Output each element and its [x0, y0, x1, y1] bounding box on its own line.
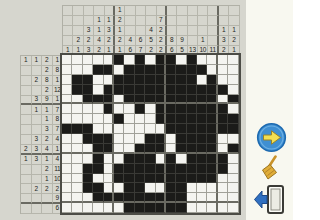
cell-r10c13[interactable]: [187, 144, 197, 154]
cell-r10c9[interactable]: [145, 144, 155, 154]
cell-r12c1[interactable]: [62, 164, 72, 174]
cell-r14c5[interactable]: [104, 183, 114, 193]
cell-r12c2[interactable]: [72, 164, 82, 174]
cell-r4c4[interactable]: [93, 85, 103, 95]
cell-r1c12[interactable]: [176, 55, 186, 65]
cell-r7c4[interactable]: [93, 114, 103, 124]
cell-r16c9[interactable]: [145, 203, 155, 213]
cell-r13c6[interactable]: [114, 174, 124, 184]
cell-r13c11[interactable]: [166, 174, 176, 184]
cell-r8c3[interactable]: [83, 124, 93, 134]
cell-r5c12[interactable]: [176, 95, 186, 105]
cell-r2c14[interactable]: [197, 65, 207, 75]
cell-r3c11[interactable]: [166, 75, 176, 85]
cell-r3c5[interactable]: [104, 75, 114, 85]
cell-r4c10[interactable]: [156, 85, 166, 95]
cell-r15c3[interactable]: [83, 193, 93, 203]
cell-r6c9[interactable]: [145, 104, 155, 114]
cell-r6c14[interactable]: [197, 104, 207, 114]
cell-r6c16[interactable]: [218, 104, 228, 114]
cell-r13c1[interactable]: [62, 174, 72, 184]
cell-r6c11[interactable]: [166, 104, 176, 114]
cell-r16c16[interactable]: [218, 203, 228, 213]
cell-r2c4[interactable]: [93, 65, 103, 75]
col-clue-c10: [157, 6, 167, 16]
cell-r7c8[interactable]: [135, 114, 145, 124]
cell-r16c1[interactable]: [62, 203, 72, 213]
cell-r2c15[interactable]: [207, 65, 217, 75]
col-clue-c3: [84, 6, 94, 16]
cell-r5c11[interactable]: [166, 95, 176, 105]
cell-r2c6[interactable]: [114, 65, 124, 75]
cell-r1c7[interactable]: [124, 55, 134, 65]
cell-r9c13[interactable]: [187, 134, 197, 144]
cell-r2c9[interactable]: [145, 65, 155, 75]
cell-r16c5[interactable]: [104, 203, 114, 213]
cell-r8c16[interactable]: [218, 124, 228, 134]
col-clue-c9: 5: [146, 36, 156, 46]
cell-r13c14[interactable]: [197, 174, 207, 184]
cell-r4c13[interactable]: [187, 85, 197, 95]
cell-r1c13[interactable]: [187, 55, 197, 65]
cell-r3c9[interactable]: [145, 75, 155, 85]
cell-r3c10[interactable]: [156, 75, 166, 85]
cell-r5c16[interactable]: [218, 95, 228, 105]
cell-r4c9[interactable]: [145, 85, 155, 95]
cell-r8c1[interactable]: [62, 124, 72, 134]
cell-r3c1[interactable]: [62, 75, 72, 85]
cell-r6c3[interactable]: [83, 104, 93, 114]
cell-r5c13[interactable]: [187, 95, 197, 105]
cell-r14c7[interactable]: [124, 183, 134, 193]
cell-r9c16[interactable]: [218, 134, 228, 144]
cell-r16c8[interactable]: [135, 203, 145, 213]
cell-r11c4[interactable]: [93, 154, 103, 164]
cell-r3c15[interactable]: [207, 75, 217, 85]
cell-r15c4[interactable]: [93, 193, 103, 203]
row-clue-r15: [42, 194, 53, 204]
cell-r10c16[interactable]: [218, 144, 228, 154]
cell-r9c7[interactable]: [124, 134, 134, 144]
cell-r16c13[interactable]: [187, 203, 197, 213]
cell-r6c5[interactable]: [104, 104, 114, 114]
cell-r4c7[interactable]: [124, 85, 134, 95]
cell-r8c4[interactable]: [93, 124, 103, 134]
cell-r5c15[interactable]: [207, 95, 217, 105]
cell-r5c5[interactable]: [104, 95, 114, 105]
cell-r13c15[interactable]: [207, 174, 217, 184]
row-clue-r2: 2: [42, 66, 53, 76]
cell-r13c2[interactable]: [72, 174, 82, 184]
cell-r14c3[interactable]: [83, 183, 93, 193]
cell-r3c12[interactable]: [176, 75, 186, 85]
cell-r2c11[interactable]: [166, 65, 176, 75]
cell-r3c16[interactable]: [218, 75, 228, 85]
cell-r13c7[interactable]: [124, 174, 134, 184]
cell-r1c3[interactable]: [83, 55, 93, 65]
cell-r5c1[interactable]: [62, 95, 72, 105]
cell-r12c4[interactable]: [93, 164, 103, 174]
row-clue-r5: [21, 96, 32, 106]
cell-r16c2[interactable]: [72, 203, 82, 213]
cell-r6c10[interactable]: [156, 104, 166, 114]
cell-r10c7[interactable]: [124, 144, 134, 154]
cell-r15c13[interactable]: [187, 193, 197, 203]
cell-r16c7[interactable]: [124, 203, 134, 213]
cell-r14c15[interactable]: [207, 183, 217, 193]
cell-r2c16[interactable]: [218, 65, 228, 75]
cell-r14c8[interactable]: [135, 183, 145, 193]
cell-r11c12[interactable]: [176, 154, 186, 164]
cell-r6c15[interactable]: [207, 104, 217, 114]
col-clue-c1: [63, 6, 73, 16]
cell-r14c14[interactable]: [197, 183, 207, 193]
cell-r12c16[interactable]: [218, 164, 228, 174]
row-clue-r14: 2: [42, 184, 53, 194]
cell-r8c14[interactable]: [197, 124, 207, 134]
cell-r7c10[interactable]: [156, 114, 166, 124]
cell-r8c9[interactable]: [145, 124, 155, 134]
cell-r13c13[interactable]: [187, 174, 197, 184]
cell-r10c4[interactable]: [93, 144, 103, 154]
cell-r3c3[interactable]: [83, 75, 93, 85]
cell-r16c6[interactable]: [114, 203, 124, 213]
cell-r15c9[interactable]: [145, 193, 155, 203]
row-clue-r2: [21, 66, 32, 76]
cell-r6c7[interactable]: [124, 104, 134, 114]
cell-r11c17[interactable]: [228, 154, 238, 164]
cell-r2c1[interactable]: [62, 65, 72, 75]
cell-r4c6[interactable]: [114, 85, 124, 95]
cell-r11c7[interactable]: [124, 154, 134, 164]
col-clue-c11: 8: [167, 36, 177, 46]
cell-r4c17[interactable]: [228, 85, 238, 95]
cell-r1c4[interactable]: [93, 55, 103, 65]
cell-r9c15[interactable]: [207, 134, 217, 144]
cell-r4c1[interactable]: [62, 85, 72, 95]
cell-r16c15[interactable]: [207, 203, 217, 213]
cell-r9c2[interactable]: [72, 134, 82, 144]
cell-r5c6[interactable]: [114, 95, 124, 105]
cell-r3c2[interactable]: [72, 75, 82, 85]
cell-r3c8[interactable]: [135, 75, 145, 85]
col-clue-c5: [105, 6, 115, 16]
cell-r8c10[interactable]: [156, 124, 166, 134]
cell-r12c11[interactable]: [166, 164, 176, 174]
cell-r4c15[interactable]: [207, 85, 217, 95]
cell-r11c16[interactable]: [218, 154, 228, 164]
cell-r3c4[interactable]: [93, 75, 103, 85]
cell-r12c8[interactable]: [135, 164, 145, 174]
cell-r13c17[interactable]: [228, 174, 238, 184]
col-clue-c5: 2: [105, 36, 115, 46]
cell-r10c2[interactable]: [72, 144, 82, 154]
cell-r1c16[interactable]: [218, 55, 228, 65]
cell-r6c6[interactable]: [114, 104, 124, 114]
cell-r14c11[interactable]: [166, 183, 176, 193]
cell-r14c2[interactable]: [72, 183, 82, 193]
cell-r4c3[interactable]: [83, 85, 93, 95]
cell-r3c6[interactable]: [114, 75, 124, 85]
cell-r4c5[interactable]: [104, 85, 114, 95]
cell-r2c17[interactable]: [228, 65, 238, 75]
cell-r6c12[interactable]: [176, 104, 186, 114]
cell-r15c1[interactable]: [62, 193, 72, 203]
col-clue-c3: [84, 16, 94, 26]
cell-r16c12[interactable]: [176, 203, 186, 213]
cell-r4c2[interactable]: [72, 85, 82, 95]
row-clue-r10: 4: [42, 145, 53, 155]
cell-r1c9[interactable]: [145, 55, 155, 65]
cell-r6c4[interactable]: [93, 104, 103, 114]
cell-r11c2[interactable]: [72, 154, 82, 164]
cell-r8c15[interactable]: [207, 124, 217, 134]
cell-r9c1[interactable]: [62, 134, 72, 144]
cell-r4c14[interactable]: [197, 85, 207, 95]
cell-r2c5[interactable]: [104, 65, 114, 75]
cell-r6c8[interactable]: [135, 104, 145, 114]
cell-r8c6[interactable]: [114, 124, 124, 134]
cell-r12c9[interactable]: [145, 164, 155, 174]
forward-button[interactable]: [256, 122, 287, 153]
cell-r13c10[interactable]: [156, 174, 166, 184]
cell-r5c8[interactable]: [135, 95, 145, 105]
row-clue-r12: 2: [42, 165, 53, 175]
cell-r9c6[interactable]: [114, 134, 124, 144]
cell-r10c5[interactable]: [104, 144, 114, 154]
cell-r15c6[interactable]: [114, 193, 124, 203]
cell-r13c16[interactable]: [218, 174, 228, 184]
cell-r11c8[interactable]: [135, 154, 145, 164]
cell-r12c12[interactable]: [176, 164, 186, 174]
cell-r10c12[interactable]: [176, 144, 186, 154]
cell-r15c7[interactable]: [124, 193, 134, 203]
cell-r4c11[interactable]: [166, 85, 176, 95]
cell-r13c8[interactable]: [135, 174, 145, 184]
cell-r16c3[interactable]: [83, 203, 93, 213]
cell-r12c10[interactable]: [156, 164, 166, 174]
cell-r16c11[interactable]: [166, 203, 176, 213]
cell-r12c17[interactable]: [228, 164, 238, 174]
cell-r7c15[interactable]: [207, 114, 217, 124]
cell-r9c17[interactable]: [228, 134, 238, 144]
cell-r15c5[interactable]: [104, 193, 114, 203]
cell-r11c11[interactable]: [166, 154, 176, 164]
cell-r11c14[interactable]: [197, 154, 207, 164]
cell-r16c4[interactable]: [93, 203, 103, 213]
cell-r8c11[interactable]: [166, 124, 176, 134]
cell-r16c17[interactable]: [228, 203, 238, 213]
cell-r5c4[interactable]: [93, 95, 103, 105]
cell-r12c3[interactable]: [83, 164, 93, 174]
cell-r12c6[interactable]: [114, 164, 124, 174]
cell-r15c15[interactable]: [207, 193, 217, 203]
cell-r10c14[interactable]: [197, 144, 207, 154]
cell-r7c1[interactable]: [62, 114, 72, 124]
cell-r12c7[interactable]: [124, 164, 134, 174]
cell-r8c8[interactable]: [135, 124, 145, 134]
cell-r13c12[interactable]: [176, 174, 186, 184]
cell-r1c5[interactable]: [104, 55, 114, 65]
cell-r2c13[interactable]: [187, 65, 197, 75]
cell-r15c14[interactable]: [197, 193, 207, 203]
cell-r8c2[interactable]: [72, 124, 82, 134]
cell-r15c2[interactable]: [72, 193, 82, 203]
cell-r15c8[interactable]: [135, 193, 145, 203]
cell-r11c15[interactable]: [207, 154, 217, 164]
cell-r14c9[interactable]: [145, 183, 155, 193]
cell-r13c5[interactable]: [104, 174, 114, 184]
cell-r13c3[interactable]: [83, 174, 93, 184]
cell-r13c4[interactable]: [93, 174, 103, 184]
cell-r5c9[interactable]: [145, 95, 155, 105]
cell-r15c12[interactable]: [176, 193, 186, 203]
cell-r4c12[interactable]: [176, 85, 186, 95]
cell-r5c3[interactable]: [83, 95, 93, 105]
cell-r9c5[interactable]: [104, 134, 114, 144]
cell-r9c10[interactable]: [156, 134, 166, 144]
cell-r5c7[interactable]: [124, 95, 134, 105]
cell-r12c13[interactable]: [187, 164, 197, 174]
cell-r8c13[interactable]: [187, 124, 197, 134]
cell-r15c10[interactable]: [156, 193, 166, 203]
cell-r10c6[interactable]: [114, 144, 124, 154]
cell-r14c1[interactable]: [62, 183, 72, 193]
cell-r9c4[interactable]: [93, 134, 103, 144]
cell-r1c15[interactable]: [207, 55, 217, 65]
cell-r12c15[interactable]: [207, 164, 217, 174]
cell-r9c9[interactable]: [145, 134, 155, 144]
cell-r7c5[interactable]: [104, 114, 114, 124]
cell-r15c11[interactable]: [166, 193, 176, 203]
cell-r7c13[interactable]: [187, 114, 197, 124]
cell-r8c12[interactable]: [176, 124, 186, 134]
exit-button[interactable]: [253, 184, 287, 215]
cell-r14c4[interactable]: [93, 183, 103, 193]
cell-r11c3[interactable]: [83, 154, 93, 164]
cell-r7c3[interactable]: [83, 114, 93, 124]
cell-r2c7[interactable]: [124, 65, 134, 75]
cell-r2c3[interactable]: [83, 65, 93, 75]
col-clue-c6: 1: [115, 26, 125, 36]
cell-r1c11[interactable]: [166, 55, 176, 65]
cell-r4c8[interactable]: [135, 85, 145, 95]
cell-r11c1[interactable]: [62, 154, 72, 164]
cell-r16c14[interactable]: [197, 203, 207, 213]
cell-r11c13[interactable]: [187, 154, 197, 164]
cell-r7c2[interactable]: [72, 114, 82, 124]
cell-r5c10[interactable]: [156, 95, 166, 105]
cell-r11c6[interactable]: [114, 154, 124, 164]
cell-r11c10[interactable]: [156, 154, 166, 164]
cell-r10c15[interactable]: [207, 144, 217, 154]
cell-r2c10[interactable]: [156, 65, 166, 75]
cell-r10c17[interactable]: [228, 144, 238, 154]
cell-r3c7[interactable]: [124, 75, 134, 85]
cell-r1c8[interactable]: [135, 55, 145, 65]
cell-r7c16[interactable]: [218, 114, 228, 124]
cell-r8c7[interactable]: [124, 124, 134, 134]
cell-r6c17[interactable]: [228, 104, 238, 114]
cell-r3c17[interactable]: [228, 75, 238, 85]
cell-r7c12[interactable]: [176, 114, 186, 124]
row-clue-r4: 2: [42, 86, 53, 96]
col-clue-c13: [188, 16, 198, 26]
cell-r15c17[interactable]: [228, 193, 238, 203]
cell-r13c9[interactable]: [145, 174, 155, 184]
cell-r4c16[interactable]: [218, 85, 228, 95]
clean-button[interactable]: [259, 155, 284, 182]
cell-r1c1[interactable]: [62, 55, 72, 65]
col-clue-c2: [73, 6, 83, 16]
cell-r8c17[interactable]: [228, 124, 238, 134]
cell-r9c8[interactable]: [135, 134, 145, 144]
col-clue-c1: [63, 26, 73, 36]
cell-r7c7[interactable]: [124, 114, 134, 124]
cell-r6c13[interactable]: [187, 104, 197, 114]
cell-r7c9[interactable]: [145, 114, 155, 124]
cell-r1c2[interactable]: [72, 55, 82, 65]
cell-r9c11[interactable]: [166, 134, 176, 144]
cell-r7c6[interactable]: [114, 114, 124, 124]
cell-r11c9[interactable]: [145, 154, 155, 164]
cell-r14c12[interactable]: [176, 183, 186, 193]
cell-r2c8[interactable]: [135, 65, 145, 75]
cell-r5c17[interactable]: [228, 95, 238, 105]
cell-r5c2[interactable]: [72, 95, 82, 105]
cell-r1c14[interactable]: [197, 55, 207, 65]
cell-r10c1[interactable]: [62, 144, 72, 154]
cell-r14c6[interactable]: [114, 183, 124, 193]
cell-r2c12[interactable]: [176, 65, 186, 75]
cell-r3c14[interactable]: [197, 75, 207, 85]
cell-r9c12[interactable]: [176, 134, 186, 144]
cell-r16c10[interactable]: [156, 203, 166, 213]
cell-r12c5[interactable]: [104, 164, 114, 174]
cell-r3c13[interactable]: [187, 75, 197, 85]
col-clue-c10: 2: [157, 36, 167, 46]
cell-r14c17[interactable]: [228, 183, 238, 193]
cell-r14c13[interactable]: [187, 183, 197, 193]
cell-r9c3[interactable]: [83, 134, 93, 144]
cell-r1c6[interactable]: [114, 55, 124, 65]
cell-r14c16[interactable]: [218, 183, 228, 193]
cell-r7c17[interactable]: [228, 114, 238, 124]
col-clue-c4: [94, 6, 104, 16]
cell-r8c5[interactable]: [104, 124, 114, 134]
cell-r11c5[interactable]: [104, 154, 114, 164]
cell-r10c10[interactable]: [156, 144, 166, 154]
cell-r12c14[interactable]: [197, 164, 207, 174]
cell-r10c11[interactable]: [166, 144, 176, 154]
cell-r14c10[interactable]: [156, 183, 166, 193]
cell-r2c2[interactable]: [72, 65, 82, 75]
cell-r7c14[interactable]: [197, 114, 207, 124]
cell-r10c8[interactable]: [135, 144, 145, 154]
row-clue-r3: 8: [42, 76, 53, 86]
cell-r15c16[interactable]: [218, 193, 228, 203]
cell-r1c10[interactable]: [156, 55, 166, 65]
cell-r7c11[interactable]: [166, 114, 176, 124]
col-clue-c16: 1: [219, 26, 229, 36]
col-clue-c16: [219, 16, 229, 26]
cell-r5c14[interactable]: [197, 95, 207, 105]
cell-r1c17[interactable]: [228, 55, 238, 65]
cell-r6c1[interactable]: [62, 104, 72, 114]
cell-r10c3[interactable]: [83, 144, 93, 154]
cell-r6c2[interactable]: [72, 104, 82, 114]
cell-r9c14[interactable]: [197, 134, 207, 144]
